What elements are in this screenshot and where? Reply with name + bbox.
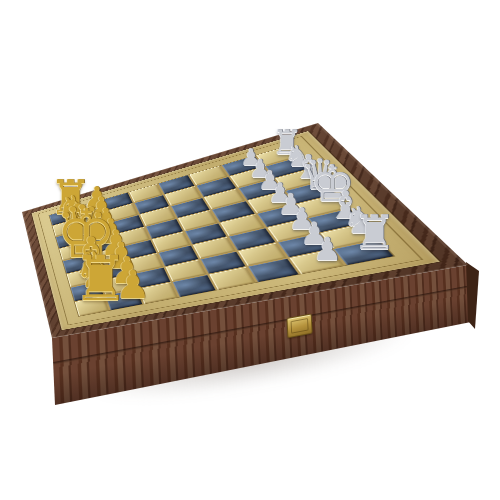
piece-black-rook-h8[interactable]: ♜ [353,208,396,256]
pieces-layer: ♜♟♟♜♞♟♟♞♝♟♟♝♛♟♟♛♚♟♟♚♝♟♟♝♞♟♟♞♜♟♟♜ [0,0,500,500]
product-photo: ♜♟♟♜♞♟♟♞♝♟♟♝♛♟♟♛♚♟♟♚♝♟♟♝♞♟♟♞♜♟♟♜ [0,0,500,500]
piece-white-rook-h1[interactable]: ♜ [73,248,129,310]
piece-black-pawn-h7[interactable]: ♟ [313,233,342,265]
